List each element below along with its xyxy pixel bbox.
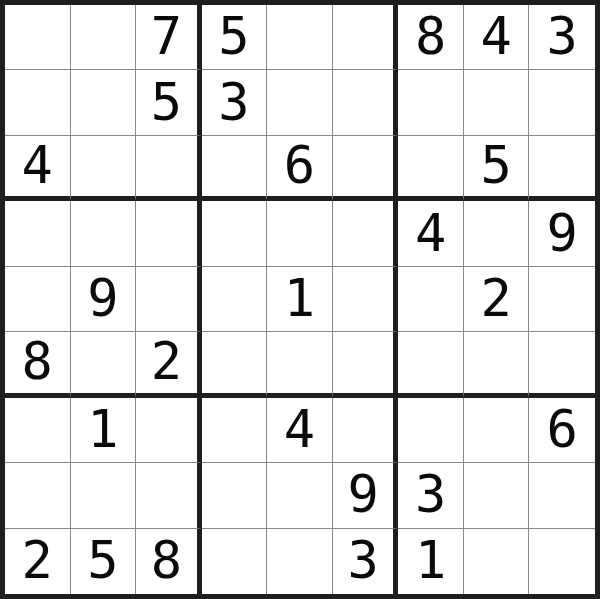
cell-r1c8: 4 (464, 5, 530, 70)
cell-r8c6: 9 (333, 463, 399, 528)
cell-r6c3: 2 (136, 332, 202, 397)
cell-r2c7[interactable] (398, 70, 464, 135)
cell-r2c2[interactable] (71, 70, 137, 135)
cell-r6c6[interactable] (333, 332, 399, 397)
cell-r8c4[interactable] (202, 463, 268, 528)
cell-r2c1[interactable] (5, 70, 71, 135)
cell-r7c5: 4 (267, 398, 333, 463)
cell-r6c7[interactable] (398, 332, 464, 397)
cell-r5c4[interactable] (202, 267, 268, 332)
cell-r4c2[interactable] (71, 201, 137, 266)
cell-r4c5[interactable] (267, 201, 333, 266)
cell-r4c3[interactable] (136, 201, 202, 266)
cell-r9c4[interactable] (202, 529, 268, 594)
cell-r3c5: 6 (267, 136, 333, 201)
cell-r7c3[interactable] (136, 398, 202, 463)
cell-r4c8[interactable] (464, 201, 530, 266)
cell-r1c4: 5 (202, 5, 268, 70)
cell-r1c2[interactable] (71, 5, 137, 70)
cell-r2c8[interactable] (464, 70, 530, 135)
cell-r1c6[interactable] (333, 5, 399, 70)
cell-r9c3: 8 (136, 529, 202, 594)
cell-r6c2[interactable] (71, 332, 137, 397)
cell-r5c2: 9 (71, 267, 137, 332)
cell-r1c5[interactable] (267, 5, 333, 70)
cell-r9c8[interactable] (464, 529, 530, 594)
cell-r1c1[interactable] (5, 5, 71, 70)
cell-r3c7[interactable] (398, 136, 464, 201)
cell-r5c5: 1 (267, 267, 333, 332)
cell-r2c5[interactable] (267, 70, 333, 135)
cell-r7c4[interactable] (202, 398, 268, 463)
cell-r8c1[interactable] (5, 463, 71, 528)
cell-r3c9[interactable] (529, 136, 595, 201)
cell-r4c7: 4 (398, 201, 464, 266)
cell-r9c2: 5 (71, 529, 137, 594)
cell-r9c5[interactable] (267, 529, 333, 594)
cell-r4c9: 9 (529, 201, 595, 266)
cell-r8c8[interactable] (464, 463, 530, 528)
cell-r6c1: 8 (5, 332, 71, 397)
cell-r6c5[interactable] (267, 332, 333, 397)
cell-r8c9[interactable] (529, 463, 595, 528)
cell-r3c6[interactable] (333, 136, 399, 201)
cell-r9c1: 2 (5, 529, 71, 594)
cell-r8c2[interactable] (71, 463, 137, 528)
cell-r3c4[interactable] (202, 136, 268, 201)
cell-r2c3: 5 (136, 70, 202, 135)
cell-r7c9: 6 (529, 398, 595, 463)
cell-r3c8: 5 (464, 136, 530, 201)
cell-r5c3[interactable] (136, 267, 202, 332)
cell-r4c4[interactable] (202, 201, 268, 266)
cell-r5c1[interactable] (5, 267, 71, 332)
cell-r8c5[interactable] (267, 463, 333, 528)
cell-r7c1[interactable] (5, 398, 71, 463)
cell-r8c7: 3 (398, 463, 464, 528)
cell-r5c6[interactable] (333, 267, 399, 332)
cell-r3c3[interactable] (136, 136, 202, 201)
cell-r6c4[interactable] (202, 332, 268, 397)
cell-r1c3: 7 (136, 5, 202, 70)
cell-r2c4: 3 (202, 70, 268, 135)
cell-r3c2[interactable] (71, 136, 137, 201)
cell-r8c3[interactable] (136, 463, 202, 528)
cell-r5c8: 2 (464, 267, 530, 332)
cell-r9c7: 1 (398, 529, 464, 594)
cell-r7c6[interactable] (333, 398, 399, 463)
cell-r7c2: 1 (71, 398, 137, 463)
cell-r4c6[interactable] (333, 201, 399, 266)
cell-r1c7: 8 (398, 5, 464, 70)
cell-r2c6[interactable] (333, 70, 399, 135)
cell-r7c8[interactable] (464, 398, 530, 463)
cell-r7c7[interactable] (398, 398, 464, 463)
cell-r6c8[interactable] (464, 332, 530, 397)
cell-r5c7[interactable] (398, 267, 464, 332)
cell-r2c9[interactable] (529, 70, 595, 135)
cell-r5c9[interactable] (529, 267, 595, 332)
cell-r1c9: 3 (529, 5, 595, 70)
cell-r6c9[interactable] (529, 332, 595, 397)
cell-r3c1: 4 (5, 136, 71, 201)
cell-r9c9[interactable] (529, 529, 595, 594)
cell-r9c6: 3 (333, 529, 399, 594)
cell-r4c1[interactable] (5, 201, 71, 266)
sudoku-board: 758435346549912821469325831 (0, 0, 600, 599)
